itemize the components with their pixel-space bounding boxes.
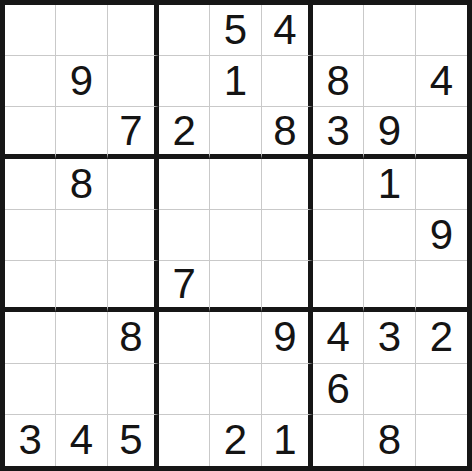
cell-r3c2[interactable] — [56, 107, 107, 158]
cell-r1c5[interactable]: 5 — [210, 5, 261, 56]
cell-r6c4[interactable]: 7 — [159, 261, 210, 312]
cell-r2c5[interactable]: 1 — [210, 56, 261, 107]
cell-r9c5[interactable]: 2 — [210, 415, 261, 466]
cell-r9c8[interactable]: 8 — [364, 415, 415, 466]
cell-r5c5[interactable] — [210, 210, 261, 261]
cell-r9c7[interactable] — [313, 415, 364, 466]
cell-r5c9[interactable]: 9 — [416, 210, 467, 261]
cell-r4c7[interactable] — [313, 159, 364, 210]
cell-r3c3[interactable]: 7 — [108, 107, 159, 158]
cell-r6c3[interactable] — [108, 261, 159, 312]
cell-r3c8[interactable]: 9 — [364, 107, 415, 158]
cell-r2c8[interactable] — [364, 56, 415, 107]
cell-r8c2[interactable] — [56, 364, 107, 415]
cell-r2c3[interactable] — [108, 56, 159, 107]
cell-r5c2[interactable] — [56, 210, 107, 261]
cell-r7c3[interactable]: 8 — [108, 312, 159, 363]
cell-r8c7[interactable]: 6 — [313, 364, 364, 415]
cell-r9c4[interactable] — [159, 415, 210, 466]
cell-r3c4[interactable]: 2 — [159, 107, 210, 158]
cell-r1c2[interactable] — [56, 5, 107, 56]
cell-r6c2[interactable] — [56, 261, 107, 312]
cell-r8c5[interactable] — [210, 364, 261, 415]
cell-r8c9[interactable] — [416, 364, 467, 415]
cell-r6c1[interactable] — [5, 261, 56, 312]
cell-r9c3[interactable]: 5 — [108, 415, 159, 466]
cell-r8c4[interactable] — [159, 364, 210, 415]
cell-r1c1[interactable] — [5, 5, 56, 56]
cell-r3c6[interactable]: 8 — [262, 107, 313, 158]
cell-r1c3[interactable] — [108, 5, 159, 56]
cell-r8c8[interactable] — [364, 364, 415, 415]
cell-r4c2[interactable]: 8 — [56, 159, 107, 210]
cell-r3c7[interactable]: 3 — [313, 107, 364, 158]
cell-r1c8[interactable] — [364, 5, 415, 56]
cell-r7c5[interactable] — [210, 312, 261, 363]
cell-r4c5[interactable] — [210, 159, 261, 210]
cell-r7c6[interactable]: 9 — [262, 312, 313, 363]
cell-r5c8[interactable] — [364, 210, 415, 261]
cell-r5c4[interactable] — [159, 210, 210, 261]
cell-r6c9[interactable] — [416, 261, 467, 312]
cell-r2c2[interactable]: 9 — [56, 56, 107, 107]
cell-r2c6[interactable] — [262, 56, 313, 107]
cell-r2c7[interactable]: 8 — [313, 56, 364, 107]
cell-r8c1[interactable] — [5, 364, 56, 415]
cell-r4c8[interactable]: 1 — [364, 159, 415, 210]
cell-r7c4[interactable] — [159, 312, 210, 363]
cell-r9c6[interactable]: 1 — [262, 415, 313, 466]
cell-r8c6[interactable] — [262, 364, 313, 415]
cell-r5c7[interactable] — [313, 210, 364, 261]
cell-r9c1[interactable]: 3 — [5, 415, 56, 466]
cell-r9c2[interactable]: 4 — [56, 415, 107, 466]
cell-r3c5[interactable] — [210, 107, 261, 158]
cell-r4c4[interactable] — [159, 159, 210, 210]
cell-r1c9[interactable] — [416, 5, 467, 56]
cell-r2c9[interactable]: 4 — [416, 56, 467, 107]
cell-r9c9[interactable] — [416, 415, 467, 466]
sudoku-board: 549184728398197894326345218 — [0, 0, 472, 471]
cell-r5c6[interactable] — [262, 210, 313, 261]
cell-r1c6[interactable]: 4 — [262, 5, 313, 56]
cell-r3c9[interactable] — [416, 107, 467, 158]
cell-r5c3[interactable] — [108, 210, 159, 261]
cell-r4c1[interactable] — [5, 159, 56, 210]
cell-r6c5[interactable] — [210, 261, 261, 312]
cell-r3c1[interactable] — [5, 107, 56, 158]
cell-r5c1[interactable] — [5, 210, 56, 261]
cell-r8c3[interactable] — [108, 364, 159, 415]
cell-r6c7[interactable] — [313, 261, 364, 312]
cell-r7c7[interactable]: 4 — [313, 312, 364, 363]
cell-r2c1[interactable] — [5, 56, 56, 107]
cell-r7c8[interactable]: 3 — [364, 312, 415, 363]
cell-r4c9[interactable] — [416, 159, 467, 210]
cell-r6c8[interactable] — [364, 261, 415, 312]
cell-r7c1[interactable] — [5, 312, 56, 363]
cell-r4c3[interactable] — [108, 159, 159, 210]
cell-r6c6[interactable] — [262, 261, 313, 312]
cell-r1c7[interactable] — [313, 5, 364, 56]
cell-r1c4[interactable] — [159, 5, 210, 56]
cell-r7c2[interactable] — [56, 312, 107, 363]
cell-r4c6[interactable] — [262, 159, 313, 210]
cell-r2c4[interactable] — [159, 56, 210, 107]
cell-r7c9[interactable]: 2 — [416, 312, 467, 363]
